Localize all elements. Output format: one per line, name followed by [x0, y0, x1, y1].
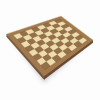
- board-photo: [0, 0, 100, 100]
- chessboard-svg: [0, 0, 100, 100]
- board-group: [7, 16, 94, 79]
